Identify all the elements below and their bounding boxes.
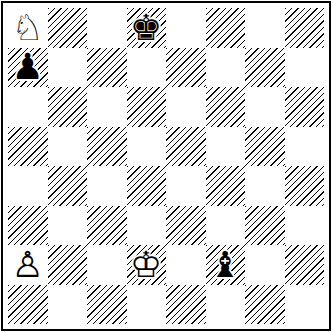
square-g4[interactable] xyxy=(245,166,285,206)
square-g5[interactable] xyxy=(245,127,285,167)
square-e1[interactable] xyxy=(166,285,206,325)
square-a5[interactable] xyxy=(8,127,48,167)
white-king-icon: ♔ xyxy=(130,247,162,283)
square-d2[interactable]: ♚♔ xyxy=(127,245,167,285)
square-f1[interactable] xyxy=(206,285,246,325)
square-d3[interactable] xyxy=(127,206,167,246)
square-b6[interactable] xyxy=(48,87,88,127)
square-c1[interactable] xyxy=(87,285,127,325)
square-d6[interactable] xyxy=(127,87,167,127)
square-b8[interactable] xyxy=(48,8,88,48)
black-pawn-icon: ♟ xyxy=(12,49,44,85)
square-h4[interactable] xyxy=(285,166,325,206)
square-e8[interactable] xyxy=(166,8,206,48)
square-e3[interactable] xyxy=(166,206,206,246)
square-d4[interactable] xyxy=(127,166,167,206)
square-g1[interactable] xyxy=(245,285,285,325)
square-g7[interactable] xyxy=(245,48,285,88)
square-f2[interactable]: ♝ xyxy=(206,245,246,285)
square-g8[interactable] xyxy=(245,8,285,48)
square-a2[interactable]: ♟♙ xyxy=(8,245,48,285)
square-a8[interactable]: ♞♘ xyxy=(8,8,48,48)
square-b5[interactable] xyxy=(48,127,88,167)
square-h1[interactable] xyxy=(285,285,325,325)
square-d8[interactable]: ♚ xyxy=(127,8,167,48)
square-c5[interactable] xyxy=(87,127,127,167)
white-knight-icon: ♘ xyxy=(12,10,44,46)
square-b1[interactable] xyxy=(48,285,88,325)
square-f8[interactable] xyxy=(206,8,246,48)
piece-black-king[interactable]: ♚ xyxy=(127,8,167,48)
white-pawn-icon: ♙ xyxy=(12,247,44,283)
square-h7[interactable] xyxy=(285,48,325,88)
piece-black-bishop[interactable]: ♝ xyxy=(206,245,246,285)
square-f3[interactable] xyxy=(206,206,246,246)
square-c4[interactable] xyxy=(87,166,127,206)
square-d1[interactable] xyxy=(127,285,167,325)
square-a6[interactable] xyxy=(8,87,48,127)
square-d5[interactable] xyxy=(127,127,167,167)
square-f5[interactable] xyxy=(206,127,246,167)
square-h8[interactable] xyxy=(285,8,325,48)
square-c6[interactable] xyxy=(87,87,127,127)
piece-white-king[interactable]: ♚♔ xyxy=(127,245,167,285)
square-d7[interactable] xyxy=(127,48,167,88)
square-e5[interactable] xyxy=(166,127,206,167)
square-c2[interactable] xyxy=(87,245,127,285)
square-h5[interactable] xyxy=(285,127,325,167)
square-a3[interactable] xyxy=(8,206,48,246)
piece-white-knight[interactable]: ♞♘ xyxy=(8,8,48,48)
square-b2[interactable] xyxy=(48,245,88,285)
square-g2[interactable] xyxy=(245,245,285,285)
square-c3[interactable] xyxy=(87,206,127,246)
square-f4[interactable] xyxy=(206,166,246,206)
square-c7[interactable] xyxy=(87,48,127,88)
black-bishop-icon: ♝ xyxy=(209,247,241,283)
square-h2[interactable] xyxy=(285,245,325,285)
square-h6[interactable] xyxy=(285,87,325,127)
chess-diagram: ♞♘♚♟♟♙♚♔♝ xyxy=(0,0,332,332)
square-e4[interactable] xyxy=(166,166,206,206)
square-a1[interactable] xyxy=(8,285,48,325)
square-f6[interactable] xyxy=(206,87,246,127)
piece-white-pawn[interactable]: ♟♙ xyxy=(8,245,48,285)
square-e7[interactable] xyxy=(166,48,206,88)
square-h3[interactable] xyxy=(285,206,325,246)
square-b7[interactable] xyxy=(48,48,88,88)
square-c8[interactable] xyxy=(87,8,127,48)
square-e2[interactable] xyxy=(166,245,206,285)
square-a7[interactable]: ♟ xyxy=(8,48,48,88)
black-king-icon: ♚ xyxy=(130,10,162,46)
square-e6[interactable] xyxy=(166,87,206,127)
square-g6[interactable] xyxy=(245,87,285,127)
square-g3[interactable] xyxy=(245,206,285,246)
square-b4[interactable] xyxy=(48,166,88,206)
square-f7[interactable] xyxy=(206,48,246,88)
square-a4[interactable] xyxy=(8,166,48,206)
square-b3[interactable] xyxy=(48,206,88,246)
chess-board: ♞♘♚♟♟♙♚♔♝ xyxy=(8,8,324,324)
piece-black-pawn[interactable]: ♟ xyxy=(8,48,48,88)
